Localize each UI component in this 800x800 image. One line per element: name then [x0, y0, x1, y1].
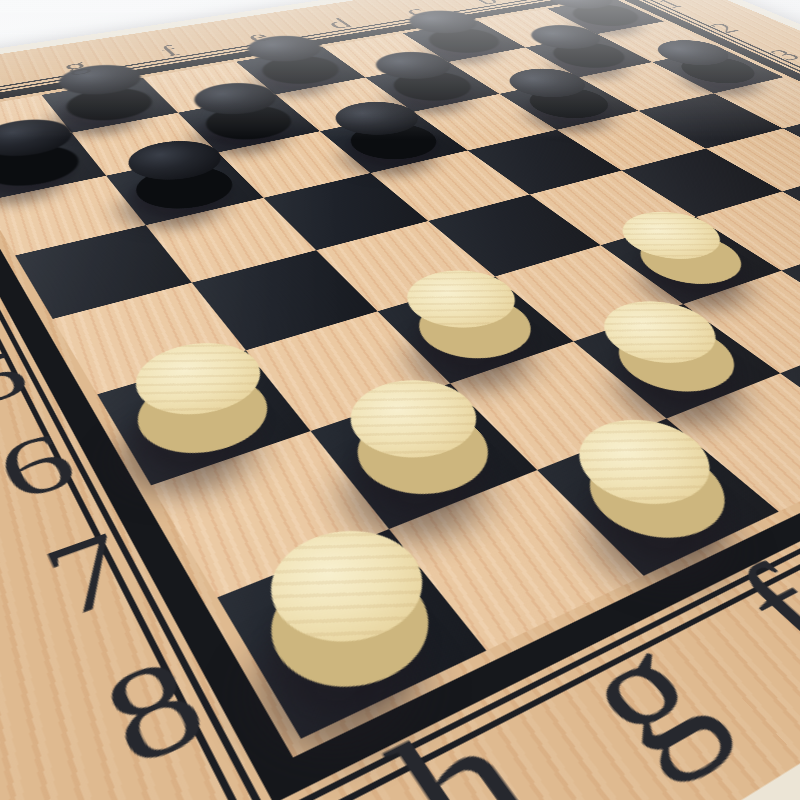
board-photo-stage: 12345678hgfedcbahgfedcba12345678 [0, 0, 800, 800]
checkers-board: 12345678hgfedcbahgfedcba12345678 [0, 0, 800, 739]
